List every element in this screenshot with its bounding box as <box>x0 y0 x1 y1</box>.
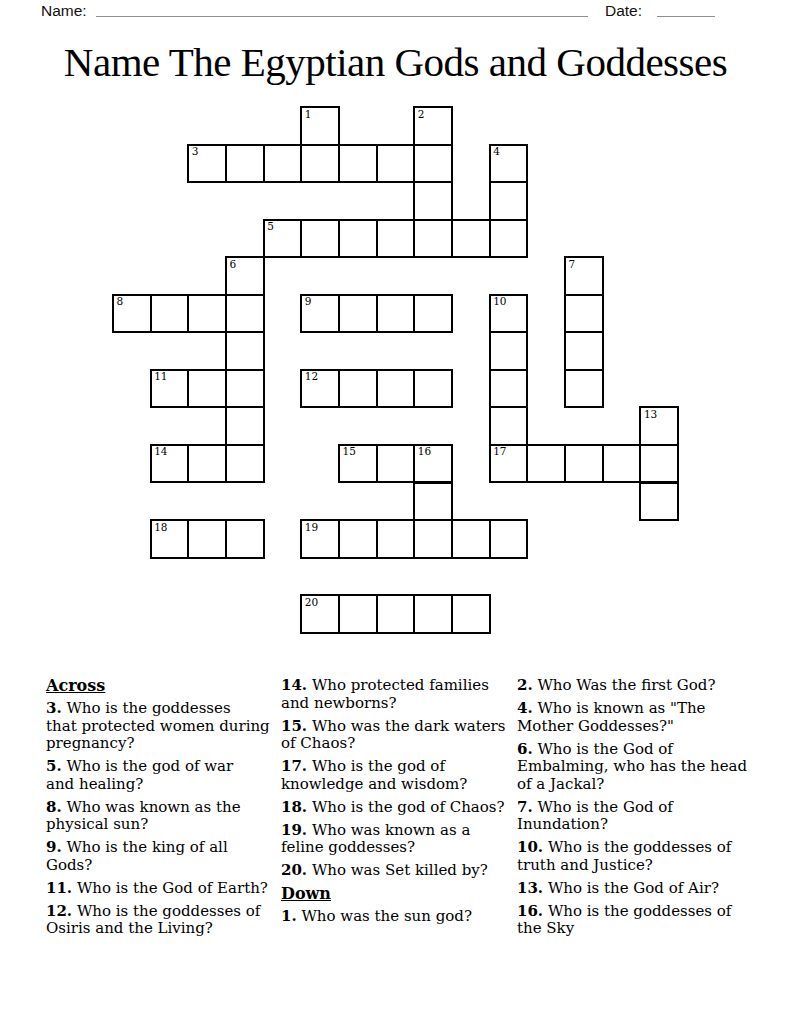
clue-heading-across: Across <box>46 677 278 695</box>
grid-cell-r13c6[interactable] <box>338 594 378 634</box>
cell-number: 18 <box>154 522 167 533</box>
cell-number: 20 <box>305 597 318 608</box>
grid-cell-r6c3[interactable] <box>225 331 265 371</box>
clue-number: 17. <box>281 757 307 775</box>
grid-cell-12[interactable]: 12 <box>300 369 340 409</box>
grid-cell-r5c8[interactable] <box>413 294 453 334</box>
grid-cell-r8c10[interactable] <box>489 406 529 446</box>
grid-cell-r1c6[interactable] <box>338 144 378 184</box>
grid-cell-20[interactable]: 20 <box>300 594 340 634</box>
grid-cell-10[interactable]: 10 <box>489 294 529 334</box>
grid-cell-r6c12[interactable] <box>564 331 604 371</box>
grid-cell-15[interactable]: 15 <box>338 444 378 484</box>
name-label: Name: <box>41 2 87 20</box>
clue-11: 11. Who is the God of Earth? <box>46 880 278 898</box>
grid-cell-r11c6[interactable] <box>338 519 378 559</box>
grid-cell-r2c10[interactable] <box>489 181 529 221</box>
clue-1: 1. Who was the sun god? <box>281 908 513 926</box>
clue-number: 18. <box>281 798 307 816</box>
clue-2: 2. Who Was the first God? <box>517 677 749 695</box>
grid-cell-r10c8[interactable] <box>413 482 453 522</box>
grid-cell-r3c10[interactable] <box>489 219 529 259</box>
clue-column-1: Across3. Who is the goddesses that prote… <box>46 677 278 943</box>
cell-number: 9 <box>305 296 312 307</box>
clue-16: 16. Who is the goddesses of the Sky <box>517 903 749 938</box>
grid-cell-r7c10[interactable] <box>489 369 529 409</box>
cell-number: 14 <box>154 446 167 457</box>
grid-cell-r7c8[interactable] <box>413 369 453 409</box>
grid-cell-r2c8[interactable] <box>413 181 453 221</box>
grid-cell-r9c3[interactable] <box>225 444 265 484</box>
clue-number: 4. <box>517 699 533 717</box>
grid-cell-5[interactable]: 5 <box>263 219 303 259</box>
clue-3: 3. Who is the goddesses that protected w… <box>46 700 278 753</box>
grid-cell-19[interactable]: 19 <box>300 519 340 559</box>
grid-cell-r7c6[interactable] <box>338 369 378 409</box>
grid-cell-r11c10[interactable] <box>489 519 529 559</box>
grid-cell-r8c3[interactable] <box>225 406 265 446</box>
grid-cell-16[interactable]: 16 <box>413 444 453 484</box>
clue-heading-down: Down <box>281 885 513 903</box>
grid-cell-r1c5[interactable] <box>300 144 340 184</box>
clue-column-3: 2. Who Was the first God?4. Who is known… <box>517 677 749 943</box>
grid-cell-r7c7[interactable] <box>376 369 416 409</box>
clue-number: 2. <box>517 676 533 694</box>
grid-cell-r1c7[interactable] <box>376 144 416 184</box>
grid-cell-r3c8[interactable] <box>413 219 453 259</box>
clue-18: 18. Who is the god of Chaos? <box>281 799 513 817</box>
clue-number: 11. <box>46 879 72 897</box>
cell-number: 8 <box>117 296 124 307</box>
grid-cell-4[interactable]: 4 <box>489 144 529 184</box>
grid-cell-r3c5[interactable] <box>300 219 340 259</box>
cell-number: 11 <box>154 371 167 382</box>
clue-15: 15. Who was the dark waters of Chaos? <box>281 718 513 753</box>
grid-cell-14[interactable]: 14 <box>150 444 190 484</box>
grid-cell-r3c7[interactable] <box>376 219 416 259</box>
clue-19: 19. Who was known as a feline goddesses? <box>281 822 513 857</box>
cell-number: 1 <box>305 109 312 120</box>
clue-17: 17. Who is the god of knowledge and wisd… <box>281 758 513 793</box>
grid-cell-r5c12[interactable] <box>564 294 604 334</box>
cell-number: 7 <box>569 259 576 270</box>
grid-cell-r3c6[interactable] <box>338 219 378 259</box>
date-fill-line[interactable] <box>657 1 715 17</box>
grid-cell-r13c9[interactable] <box>451 594 491 634</box>
grid-cell-r9c11[interactable] <box>526 444 566 484</box>
grid-cell-11[interactable]: 11 <box>150 369 190 409</box>
grid-cell-r11c3[interactable] <box>225 519 265 559</box>
grid-cell-r7c2[interactable] <box>187 369 227 409</box>
grid-cell-1[interactable]: 1 <box>300 106 340 146</box>
clue-6: 6. Who is the God of Embalming, who has … <box>517 741 749 794</box>
clue-13: 13. Who is the God of Air? <box>517 880 749 898</box>
clue-number: 13. <box>517 879 543 897</box>
grid-cell-13[interactable]: 13 <box>639 406 679 446</box>
grid-cell-3[interactable]: 3 <box>187 144 227 184</box>
grid-cell-r9c2[interactable] <box>187 444 227 484</box>
grid-cell-r13c8[interactable] <box>413 594 453 634</box>
clue-number: 15. <box>281 717 307 735</box>
clue-number: 19. <box>281 821 307 839</box>
clue-number: 20. <box>281 861 307 879</box>
grid-cell-17[interactable]: 17 <box>489 444 529 484</box>
grid-cell-r7c12[interactable] <box>564 369 604 409</box>
clue-10: 10. Who is the goddesses of truth and Ju… <box>517 839 749 874</box>
clue-number: 16. <box>517 902 543 920</box>
cell-number: 6 <box>230 259 237 270</box>
clue-20: 20. Who was Set killed by? <box>281 862 513 880</box>
grid-cell-9[interactable]: 9 <box>300 294 340 334</box>
name-fill-line[interactable] <box>96 1 588 17</box>
cell-number: 2 <box>418 109 425 120</box>
grid-cell-r5c2[interactable] <box>187 294 227 334</box>
grid-cell-r5c6[interactable] <box>338 294 378 334</box>
cell-number: 16 <box>418 446 431 457</box>
cell-number: 4 <box>493 146 500 157</box>
grid-cell-r11c2[interactable] <box>187 519 227 559</box>
grid-cell-r5c1[interactable] <box>150 294 190 334</box>
clue-number: 9. <box>46 838 62 856</box>
cell-number: 17 <box>493 446 506 457</box>
clue-12: 12. Who is the goddesses of Osiris and t… <box>46 903 278 938</box>
grid-cell-r11c9[interactable] <box>451 519 491 559</box>
cell-number: 10 <box>493 296 506 307</box>
page-title: Name The Egyptian Gods and Goddesses <box>0 40 791 85</box>
clue-number: 14. <box>281 676 307 694</box>
grid-cell-6[interactable]: 6 <box>225 256 265 296</box>
cell-number: 5 <box>267 221 274 232</box>
clue-4: 4. Who is known as "The Mother Goddesses… <box>517 700 749 735</box>
clue-14: 14. Who protected families and newborns? <box>281 677 513 712</box>
cell-number: 3 <box>192 146 199 157</box>
grid-cell-r9c14[interactable] <box>639 444 679 484</box>
date-label: Date: <box>605 2 642 20</box>
cell-number: 12 <box>305 371 318 382</box>
grid-cell-r1c8[interactable] <box>413 144 453 184</box>
clue-5: 5. Who is the god of war and healing? <box>46 758 278 793</box>
grid-cell-r9c13[interactable] <box>602 444 642 484</box>
grid-cell-7[interactable]: 7 <box>564 256 604 296</box>
grid-cell-r1c3[interactable] <box>225 144 265 184</box>
grid-cell-r11c8[interactable] <box>413 519 453 559</box>
clue-number: 10. <box>517 838 543 856</box>
grid-cell-r10c14[interactable] <box>639 482 679 522</box>
clue-number: 1. <box>281 907 297 925</box>
clue-column-2: 14. Who protected families and newborns?… <box>281 677 513 931</box>
clue-number: 8. <box>46 798 62 816</box>
clue-9: 9. Who is the king of all Gods? <box>46 839 278 874</box>
clue-8: 8. Who was known as the physical sun? <box>46 799 278 834</box>
cell-number: 19 <box>305 522 318 533</box>
grid-cell-r5c7[interactable] <box>376 294 416 334</box>
cell-number: 15 <box>343 446 356 457</box>
grid-cell-r6c10[interactable] <box>489 331 529 371</box>
grid-cell-r3c9[interactable] <box>451 219 491 259</box>
grid-cell-r13c7[interactable] <box>376 594 416 634</box>
clue-number: 3. <box>46 699 62 717</box>
grid-cell-r5c3[interactable] <box>225 294 265 334</box>
grid-cell-r9c12[interactable] <box>564 444 604 484</box>
grid-cell-r9c7[interactable] <box>376 444 416 484</box>
clue-number: 5. <box>46 757 62 775</box>
grid-cell-2[interactable]: 2 <box>413 106 453 146</box>
grid-cell-r7c3[interactable] <box>225 369 265 409</box>
clue-number: 12. <box>46 902 72 920</box>
cell-number: 13 <box>644 409 657 420</box>
worksheet-page: { "game": "crossword", "header": { "name… <box>0 0 791 1024</box>
clue-number: 7. <box>517 798 533 816</box>
clue-number: 6. <box>517 740 533 758</box>
crossword-grid: 1234567891011121314151617181920 <box>112 106 679 634</box>
clue-7: 7. Who is the God of Inundation? <box>517 799 749 834</box>
grid-cell-r11c7[interactable] <box>376 519 416 559</box>
grid-cell-r1c4[interactable] <box>263 144 303 184</box>
grid-cell-8[interactable]: 8 <box>112 294 152 334</box>
grid-cell-18[interactable]: 18 <box>150 519 190 559</box>
